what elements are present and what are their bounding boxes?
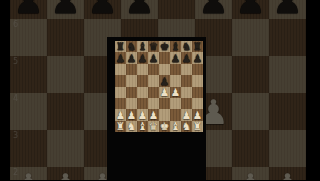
square-h7[interactable]: ♟	[192, 52, 203, 63]
bg-square-f7: ♟	[195, 0, 232, 19]
square-a4[interactable]	[115, 87, 126, 98]
square-d7[interactable]: ♟	[148, 52, 159, 63]
piece-white-bishop: ♝	[171, 121, 180, 132]
square-g2[interactable]: ♟	[181, 109, 192, 120]
piece-black-bishop: ♝	[138, 41, 147, 52]
square-h3[interactable]	[192, 98, 203, 109]
square-a7[interactable]: ♟	[115, 52, 126, 63]
square-f5[interactable]	[170, 75, 181, 86]
square-c6[interactable]	[137, 64, 148, 75]
bg-rank-label: 4	[13, 95, 18, 103]
piece-black-knight: ♞	[182, 41, 191, 52]
square-a2[interactable]: ♟	[115, 109, 126, 120]
bg-square-a4: 4	[10, 93, 47, 130]
piece-black-rook: ♜	[193, 41, 202, 52]
square-g5[interactable]	[181, 75, 192, 86]
bg-rank-label: 3	[13, 132, 18, 140]
chess-board: ♜♞♝♛♚♝♞♜♟♟♟♟♟♟♟♟♟♟♟♟♟♟♟♟♜♞♝♛♚♝♞♜	[115, 41, 203, 132]
bg-square-g6	[232, 19, 269, 56]
piece-white-pawn: ♟	[138, 110, 147, 121]
square-b3[interactable]	[126, 98, 137, 109]
piece-black-pawn: ♟	[13, 0, 43, 18]
square-b7[interactable]: ♟	[126, 52, 137, 63]
square-g1[interactable]: ♞	[181, 121, 192, 132]
piece-white-pawn: ♟	[160, 87, 169, 98]
square-e1[interactable]: ♚	[159, 121, 170, 132]
piece-black-pawn: ♟	[138, 53, 147, 64]
piece-black-pawn: ♟	[87, 0, 117, 18]
piece-black-pawn: ♟	[50, 0, 80, 18]
bg-square-h4	[269, 93, 306, 130]
square-a1[interactable]: ♜	[115, 121, 126, 132]
square-b1[interactable]: ♞	[126, 121, 137, 132]
square-c2[interactable]: ♟	[137, 109, 148, 120]
bg-rank-label: 6	[13, 21, 18, 29]
square-f4[interactable]: ♟	[170, 87, 181, 98]
piece-black-king: ♚	[160, 41, 169, 52]
square-h8[interactable]: ♜	[192, 41, 203, 52]
bg-square-a3: 3	[10, 130, 47, 167]
piece-white-knight: ♞	[127, 121, 136, 132]
square-h1[interactable]: ♜	[192, 121, 203, 132]
bg-square-c7: ♟	[84, 0, 121, 19]
bg-square-a2: ♟2	[10, 167, 47, 180]
square-a5[interactable]	[115, 75, 126, 86]
piece-white-queen: ♛	[149, 121, 158, 132]
piece-black-bishop: ♝	[171, 41, 180, 52]
bg-square-b2: ♟	[47, 167, 84, 180]
piece-black-pawn: ♟	[235, 0, 265, 18]
square-d1[interactable]: ♛	[148, 121, 159, 132]
square-e8[interactable]: ♚	[159, 41, 170, 52]
piece-white-rook: ♜	[193, 121, 202, 132]
square-e7[interactable]	[159, 52, 170, 63]
bg-square-b7: ♟	[47, 0, 84, 19]
square-d2[interactable]: ♟	[148, 109, 159, 120]
piece-white-pawn: ♟	[182, 110, 191, 121]
bg-square-h5	[269, 56, 306, 93]
square-e4[interactable]: ♟	[159, 87, 170, 98]
piece-black-queen: ♛	[149, 41, 158, 52]
square-f7[interactable]: ♟	[170, 52, 181, 63]
square-g8[interactable]: ♞	[181, 41, 192, 52]
square-b4[interactable]	[126, 87, 137, 98]
bg-rank-label: 2	[13, 169, 18, 177]
bg-square-b6	[47, 19, 84, 56]
bg-square-b3	[47, 130, 84, 167]
piece-white-pawn: ♟	[235, 169, 265, 181]
screenshot-root: ♜♞♝♛♚♝♞♜♟7♟♟♟♟♟♟65♟4♟♟3♟2♟♟♟♟♟♜♞♝♛♚♝♞♜ ♜…	[0, 0, 320, 180]
bg-square-h2: ♟	[269, 167, 306, 180]
square-f3[interactable]	[170, 98, 181, 109]
piece-black-pawn: ♟	[198, 0, 228, 18]
bg-square-a5: 5	[10, 56, 47, 93]
piece-white-rook: ♜	[116, 121, 125, 132]
bg-square-a6: 6	[10, 19, 47, 56]
piece-white-knight: ♞	[182, 121, 191, 132]
bg-square-b4	[47, 93, 84, 130]
square-h2[interactable]: ♟	[192, 109, 203, 120]
piece-black-rook: ♜	[116, 41, 125, 52]
square-c8[interactable]: ♝	[137, 41, 148, 52]
piece-white-pawn: ♟	[272, 169, 302, 181]
square-a3[interactable]	[115, 98, 126, 109]
piece-white-pawn: ♟	[193, 110, 202, 121]
bg-square-h7: ♟	[269, 0, 306, 19]
square-d5[interactable]	[148, 75, 159, 86]
piece-black-pawn: ♟	[171, 53, 180, 64]
bg-square-b5	[47, 56, 84, 93]
bg-square-d7: ♟	[121, 0, 158, 19]
bg-square-g3	[232, 130, 269, 167]
square-g3[interactable]	[181, 98, 192, 109]
square-b5[interactable]	[126, 75, 137, 86]
bg-square-h3	[269, 130, 306, 167]
square-d4[interactable]	[148, 87, 159, 98]
square-f2[interactable]	[170, 109, 181, 120]
square-b2[interactable]: ♟	[126, 109, 137, 120]
bg-square-g2: ♟	[232, 167, 269, 180]
square-c5[interactable]	[137, 75, 148, 86]
piece-black-knight: ♞	[127, 41, 136, 52]
bg-square-h6	[269, 19, 306, 56]
piece-white-bishop: ♝	[138, 121, 147, 132]
bg-square-g4	[232, 93, 269, 130]
square-c3[interactable]	[137, 98, 148, 109]
square-d8[interactable]: ♛	[148, 41, 159, 52]
square-f8[interactable]: ♝	[170, 41, 181, 52]
square-h6[interactable]	[192, 64, 203, 75]
square-g6[interactable]	[181, 64, 192, 75]
square-g4[interactable]	[181, 87, 192, 98]
piece-white-pawn: ♟	[171, 87, 180, 98]
bg-square-g5	[232, 56, 269, 93]
app-frame: ♜♞♝♛♚♝♞♜♟♟♟♟♟♟♟♟♟♟♟♟♟♟♟♟♜♞♝♛♚♝♞♜	[107, 37, 206, 180]
square-d3[interactable]	[148, 98, 159, 109]
square-h5[interactable]	[192, 75, 203, 86]
square-a6[interactable]	[115, 64, 126, 75]
square-b6[interactable]	[126, 64, 137, 75]
square-c7[interactable]: ♟	[137, 52, 148, 63]
piece-white-king: ♚	[160, 121, 169, 132]
square-b8[interactable]: ♞	[126, 41, 137, 52]
square-c1[interactable]: ♝	[137, 121, 148, 132]
square-e5[interactable]: ♟	[159, 75, 170, 86]
piece-black-pawn: ♟	[149, 53, 158, 64]
square-e6[interactable]	[159, 64, 170, 75]
piece-black-pawn: ♟	[272, 0, 302, 18]
square-c4[interactable]	[137, 87, 148, 98]
bg-square-e7	[158, 0, 195, 19]
piece-white-pawn: ♟	[149, 110, 158, 121]
piece-white-pawn: ♟	[116, 110, 125, 121]
bg-square-a7: ♟7	[10, 0, 47, 19]
square-e3[interactable]	[159, 98, 170, 109]
square-d6[interactable]	[148, 64, 159, 75]
square-f6[interactable]	[170, 64, 181, 75]
piece-white-pawn: ♟	[127, 110, 136, 121]
square-h4[interactable]	[192, 87, 203, 98]
square-g7[interactable]: ♟	[181, 52, 192, 63]
piece-black-pawn: ♟	[193, 53, 202, 64]
square-e2[interactable]	[159, 109, 170, 120]
square-f1[interactable]: ♝	[170, 121, 181, 132]
square-a8[interactable]: ♜	[115, 41, 126, 52]
piece-white-pawn: ♟	[50, 169, 80, 181]
piece-black-pawn: ♟	[160, 76, 169, 87]
piece-black-pawn: ♟	[127, 53, 136, 64]
piece-black-pawn: ♟	[124, 0, 154, 18]
bg-square-g7: ♟	[232, 0, 269, 19]
bg-rank-label: 5	[13, 58, 18, 66]
piece-black-pawn: ♟	[182, 53, 191, 64]
piece-black-pawn: ♟	[116, 53, 125, 64]
